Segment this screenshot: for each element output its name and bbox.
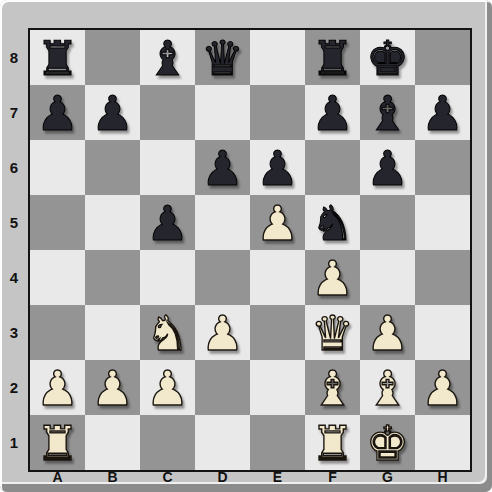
square-d5[interactable]: [195, 195, 250, 250]
square-f4[interactable]: ♟: [305, 250, 360, 305]
white-bishop-f2[interactable]: ♝: [311, 364, 354, 412]
square-d8[interactable]: ♛: [195, 30, 250, 85]
square-f3[interactable]: ♛: [305, 305, 360, 360]
square-h6[interactable]: [415, 140, 470, 195]
white-pawn-c2[interactable]: ♟: [146, 364, 189, 412]
square-h5[interactable]: [415, 195, 470, 250]
square-c6[interactable]: [140, 140, 195, 195]
file-label-a: A: [30, 469, 85, 485]
square-e3[interactable]: [250, 305, 305, 360]
white-pawn-g3[interactable]: ♟: [366, 309, 409, 357]
square-b5[interactable]: [85, 195, 140, 250]
square-d7[interactable]: [195, 85, 250, 140]
black-pawn-d6[interactable]: ♟: [201, 144, 244, 192]
square-e1[interactable]: [250, 415, 305, 470]
rank-label-5: 5: [0, 195, 28, 250]
file-label-b: B: [85, 469, 140, 485]
square-g2[interactable]: ♝: [360, 360, 415, 415]
white-queen-f3[interactable]: ♛: [311, 309, 354, 357]
square-h8[interactable]: [415, 30, 470, 85]
square-g6[interactable]: ♟: [360, 140, 415, 195]
square-e6[interactable]: ♟: [250, 140, 305, 195]
square-c5[interactable]: ♟: [140, 195, 195, 250]
square-c2[interactable]: ♟: [140, 360, 195, 415]
square-f5[interactable]: ♞: [305, 195, 360, 250]
square-f6[interactable]: [305, 140, 360, 195]
chess-diagram-frame: 87654321 ♜♝♛♜♚♟♟♟♝♟♟♟♟♟♟♞♟♞♟♛♟♟♟♟♝♝♟♜♜♚ …: [0, 0, 492, 492]
square-e5[interactable]: ♟: [250, 195, 305, 250]
square-f2[interactable]: ♝: [305, 360, 360, 415]
square-a5[interactable]: [30, 195, 85, 250]
square-h1[interactable]: [415, 415, 470, 470]
black-pawn-f7[interactable]: ♟: [311, 89, 354, 137]
square-h7[interactable]: ♟: [415, 85, 470, 140]
rank-label-1: 1: [0, 415, 28, 470]
black-bishop-g7[interactable]: ♝: [366, 89, 409, 137]
square-c3[interactable]: ♞: [140, 305, 195, 360]
square-h3[interactable]: [415, 305, 470, 360]
file-label-h: H: [415, 469, 470, 485]
file-label-c: C: [140, 469, 195, 485]
black-pawn-c5[interactable]: ♟: [146, 199, 189, 247]
square-d6[interactable]: ♟: [195, 140, 250, 195]
square-h2[interactable]: ♟: [415, 360, 470, 415]
black-bishop-c8[interactable]: ♝: [146, 34, 189, 82]
black-queen-d8[interactable]: ♛: [201, 34, 244, 82]
square-e7[interactable]: [250, 85, 305, 140]
square-e2[interactable]: [250, 360, 305, 415]
square-b3[interactable]: [85, 305, 140, 360]
black-pawn-b7[interactable]: ♟: [91, 89, 134, 137]
white-rook-f1[interactable]: ♜: [311, 419, 354, 467]
square-b1[interactable]: [85, 415, 140, 470]
square-a1[interactable]: ♜: [30, 415, 85, 470]
square-b8[interactable]: [85, 30, 140, 85]
square-c1[interactable]: [140, 415, 195, 470]
white-rook-a1[interactable]: ♜: [36, 419, 79, 467]
square-a3[interactable]: [30, 305, 85, 360]
file-label-e: E: [250, 469, 305, 485]
square-g3[interactable]: ♟: [360, 305, 415, 360]
white-knight-c3[interactable]: ♞: [146, 309, 189, 357]
square-f8[interactable]: ♜: [305, 30, 360, 85]
square-d1[interactable]: [195, 415, 250, 470]
square-f1[interactable]: ♜: [305, 415, 360, 470]
black-pawn-h7[interactable]: ♟: [421, 89, 464, 137]
square-g1[interactable]: ♚: [360, 415, 415, 470]
file-label-g: G: [360, 469, 415, 485]
black-rook-a8[interactable]: ♜: [36, 34, 79, 82]
black-pawn-e6[interactable]: ♟: [256, 144, 299, 192]
square-c7[interactable]: [140, 85, 195, 140]
white-pawn-e5[interactable]: ♟: [256, 199, 299, 247]
square-h4[interactable]: [415, 250, 470, 305]
square-g8[interactable]: ♚: [360, 30, 415, 85]
rank-label-8: 8: [0, 30, 28, 85]
square-d4[interactable]: [195, 250, 250, 305]
chess-board: ♜♝♛♜♚♟♟♟♝♟♟♟♟♟♟♞♟♞♟♛♟♟♟♟♝♝♟♜♜♚: [28, 28, 472, 472]
square-e4[interactable]: [250, 250, 305, 305]
square-e8[interactable]: [250, 30, 305, 85]
square-b6[interactable]: [85, 140, 140, 195]
rank-label-6: 6: [0, 140, 28, 195]
square-a6[interactable]: [30, 140, 85, 195]
white-pawn-a2[interactable]: ♟: [36, 364, 79, 412]
square-a7[interactable]: ♟: [30, 85, 85, 140]
square-g4[interactable]: [360, 250, 415, 305]
square-c4[interactable]: [140, 250, 195, 305]
black-rook-f8[interactable]: ♜: [311, 34, 354, 82]
square-d3[interactable]: ♟: [195, 305, 250, 360]
square-b7[interactable]: ♟: [85, 85, 140, 140]
rank-labels: 87654321: [0, 30, 28, 470]
square-b4[interactable]: [85, 250, 140, 305]
file-label-d: D: [195, 469, 250, 485]
black-pawn-a7[interactable]: ♟: [36, 89, 79, 137]
rank-label-7: 7: [0, 85, 28, 140]
square-c8[interactable]: ♝: [140, 30, 195, 85]
rank-label-4: 4: [0, 250, 28, 305]
white-pawn-h2[interactable]: ♟: [421, 364, 464, 412]
black-knight-f5[interactable]: ♞: [311, 199, 354, 247]
black-king-g8[interactable]: ♚: [366, 34, 409, 82]
square-f7[interactable]: ♟: [305, 85, 360, 140]
white-pawn-f4[interactable]: ♟: [311, 254, 354, 302]
rank-label-2: 2: [0, 360, 28, 415]
white-king-g1[interactable]: ♚: [366, 419, 409, 467]
black-pawn-g6[interactable]: ♟: [366, 144, 409, 192]
square-a2[interactable]: ♟: [30, 360, 85, 415]
white-bishop-g2[interactable]: ♝: [366, 364, 409, 412]
square-a8[interactable]: ♜: [30, 30, 85, 85]
square-d2[interactable]: [195, 360, 250, 415]
square-a4[interactable]: [30, 250, 85, 305]
white-pawn-d3[interactable]: ♟: [201, 309, 244, 357]
file-label-f: F: [305, 469, 360, 485]
white-pawn-b2[interactable]: ♟: [91, 364, 134, 412]
file-labels: ABCDEFGH: [30, 469, 470, 485]
square-g5[interactable]: [360, 195, 415, 250]
square-b2[interactable]: ♟: [85, 360, 140, 415]
rank-label-3: 3: [0, 305, 28, 360]
square-g7[interactable]: ♝: [360, 85, 415, 140]
